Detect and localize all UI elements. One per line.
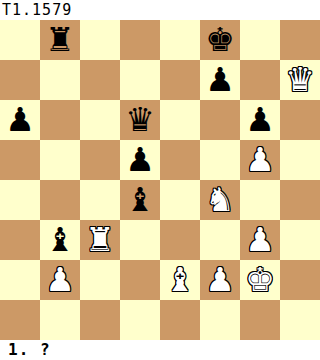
square-a1[interactable]: [0, 300, 40, 340]
black-pawn-piece[interactable]: ♟: [125, 140, 155, 180]
square-f3[interactable]: [200, 220, 240, 260]
square-e5[interactable]: [160, 140, 200, 180]
square-f8[interactable]: ♚: [200, 20, 240, 60]
puzzle-title: T1.1579: [0, 0, 72, 20]
chess-board: ♜♚♟♛♟♛♟♟♟♝♞♝♜♟♟♝♟♚: [0, 20, 320, 340]
square-e3[interactable]: [160, 220, 200, 260]
square-a4[interactable]: [0, 180, 40, 220]
square-g8[interactable]: [240, 20, 280, 60]
square-c3[interactable]: ♜: [80, 220, 120, 260]
square-a6[interactable]: ♟: [0, 100, 40, 140]
square-h8[interactable]: [280, 20, 320, 60]
square-g2[interactable]: ♚: [240, 260, 280, 300]
square-d4[interactable]: ♝: [120, 180, 160, 220]
square-g3[interactable]: ♟: [240, 220, 280, 260]
black-king-piece[interactable]: ♚: [205, 20, 235, 60]
white-knight-piece[interactable]: ♞: [205, 180, 235, 220]
square-c2[interactable]: [80, 260, 120, 300]
square-h6[interactable]: [280, 100, 320, 140]
square-h1[interactable]: [280, 300, 320, 340]
square-b3[interactable]: ♝: [40, 220, 80, 260]
square-b2[interactable]: ♟: [40, 260, 80, 300]
white-pawn-piece[interactable]: ♟: [45, 260, 75, 300]
square-c7[interactable]: [80, 60, 120, 100]
square-h3[interactable]: [280, 220, 320, 260]
title-bar: T1.1579: [0, 0, 320, 20]
white-pawn-piece[interactable]: ♟: [245, 140, 275, 180]
black-pawn-piece[interactable]: ♟: [205, 60, 235, 100]
square-c5[interactable]: [80, 140, 120, 180]
square-f1[interactable]: [200, 300, 240, 340]
square-f2[interactable]: ♟: [200, 260, 240, 300]
white-pawn-piece[interactable]: ♟: [205, 260, 235, 300]
square-c6[interactable]: [80, 100, 120, 140]
move-prompt: 1. ?: [0, 340, 51, 360]
white-king-piece[interactable]: ♚: [245, 260, 275, 300]
square-d8[interactable]: [120, 20, 160, 60]
square-h5[interactable]: [280, 140, 320, 180]
square-b5[interactable]: [40, 140, 80, 180]
square-f5[interactable]: [200, 140, 240, 180]
square-g1[interactable]: [240, 300, 280, 340]
square-e4[interactable]: [160, 180, 200, 220]
black-bishop-piece[interactable]: ♝: [45, 220, 75, 260]
square-g6[interactable]: ♟: [240, 100, 280, 140]
black-queen-piece[interactable]: ♛: [125, 100, 155, 140]
black-pawn-piece[interactable]: ♟: [5, 100, 35, 140]
square-b4[interactable]: [40, 180, 80, 220]
square-f7[interactable]: ♟: [200, 60, 240, 100]
footer-bar: 1. ?: [0, 340, 320, 360]
square-a2[interactable]: [0, 260, 40, 300]
square-h7[interactable]: ♛: [280, 60, 320, 100]
square-e7[interactable]: [160, 60, 200, 100]
square-b8[interactable]: ♜: [40, 20, 80, 60]
square-h4[interactable]: [280, 180, 320, 220]
square-c1[interactable]: [80, 300, 120, 340]
black-bishop-piece[interactable]: ♝: [125, 180, 155, 220]
square-d3[interactable]: [120, 220, 160, 260]
square-h2[interactable]: [280, 260, 320, 300]
white-bishop-piece[interactable]: ♝: [165, 260, 195, 300]
black-pawn-piece[interactable]: ♟: [245, 100, 275, 140]
square-d2[interactable]: [120, 260, 160, 300]
square-a3[interactable]: [0, 220, 40, 260]
white-pawn-piece[interactable]: ♟: [245, 220, 275, 260]
white-queen-piece[interactable]: ♛: [285, 60, 315, 100]
square-a7[interactable]: [0, 60, 40, 100]
square-d5[interactable]: ♟: [120, 140, 160, 180]
square-b6[interactable]: [40, 100, 80, 140]
square-e2[interactable]: ♝: [160, 260, 200, 300]
square-b7[interactable]: [40, 60, 80, 100]
square-g5[interactable]: ♟: [240, 140, 280, 180]
black-rook-piece[interactable]: ♜: [45, 20, 75, 60]
square-d7[interactable]: [120, 60, 160, 100]
square-a8[interactable]: [0, 20, 40, 60]
square-b1[interactable]: [40, 300, 80, 340]
square-e6[interactable]: [160, 100, 200, 140]
square-c8[interactable]: [80, 20, 120, 60]
square-e8[interactable]: [160, 20, 200, 60]
square-d6[interactable]: ♛: [120, 100, 160, 140]
square-g7[interactable]: [240, 60, 280, 100]
square-f4[interactable]: ♞: [200, 180, 240, 220]
square-d1[interactable]: [120, 300, 160, 340]
square-c4[interactable]: [80, 180, 120, 220]
square-f6[interactable]: [200, 100, 240, 140]
square-e1[interactable]: [160, 300, 200, 340]
white-rook-piece[interactable]: ♜: [85, 220, 115, 260]
square-a5[interactable]: [0, 140, 40, 180]
square-g4[interactable]: [240, 180, 280, 220]
